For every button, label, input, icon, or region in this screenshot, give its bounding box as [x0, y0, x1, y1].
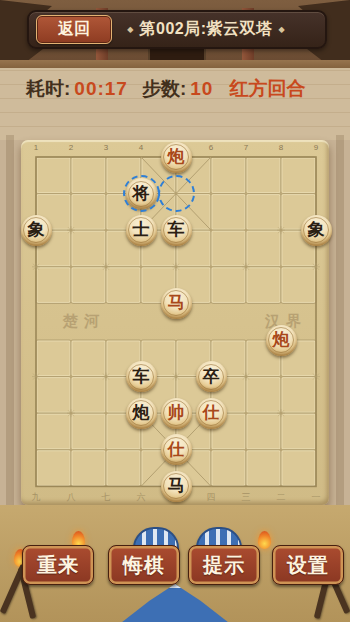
file-label-top: 8 [275, 143, 287, 152]
piece-glyph: 仕 [203, 404, 220, 421]
file-label-bottom: 二 [274, 491, 288, 504]
piece-red-advisor[interactable]: 仕 [161, 434, 192, 465]
piece-black-chariot[interactable]: 车 [126, 361, 157, 392]
piece-black-advisor[interactable]: 士 [126, 215, 157, 246]
file-label-bottom: 七 [99, 491, 113, 504]
piece-red-general[interactable]: 帅 [161, 398, 192, 429]
piece-black-cannon[interactable]: 炮 [126, 398, 157, 429]
file-label-top: 6 [205, 143, 217, 152]
file-label-top: 1 [30, 143, 42, 152]
title-ornament-left: ◆ [127, 25, 133, 34]
piece-black-elephant[interactable]: 象 [301, 215, 332, 246]
file-label-bottom: 九 [29, 491, 43, 504]
file-label-bottom: 三 [239, 491, 253, 504]
piece-glyph: 马 [168, 294, 185, 311]
selected-piece-ring [123, 175, 160, 212]
page-title: 第002局:紫云双塔 [139, 19, 272, 40]
piece-red-horse[interactable]: 马 [161, 288, 192, 319]
piece-black-chariot[interactable]: 车 [161, 215, 192, 246]
piece-glyph: 士 [133, 221, 150, 238]
file-label-top: 7 [240, 143, 252, 152]
file-label-bottom: 一 [309, 491, 323, 504]
xiangqi-board[interactable]: 楚河 汉界 123456789九八七六五四三二一炮将象士车象马炮车卒炮帅仕仕马 [21, 140, 329, 505]
piece-glyph: 帅 [168, 404, 185, 421]
file-label-top: 3 [100, 143, 112, 152]
piece-glyph: 马 [168, 477, 185, 494]
piece-glyph: 象 [28, 221, 45, 238]
file-label-top: 9 [310, 143, 322, 152]
restart-button[interactable]: 重来 [22, 545, 94, 585]
hint-button[interactable]: 提示 [188, 545, 260, 585]
piece-glyph: 炮 [168, 148, 185, 165]
piece-glyph: 车 [168, 221, 185, 238]
file-label-bottom: 八 [64, 491, 78, 504]
file-label-bottom: 四 [204, 491, 218, 504]
moves-label: 步数: [142, 76, 186, 102]
turn-indicator: 红方回合 [229, 76, 305, 102]
settings-button[interactable]: 设置 [272, 545, 344, 585]
piece-glyph: 仕 [168, 441, 185, 458]
piece-glyph: 炮 [133, 404, 150, 421]
title-bar: 返回 ◆ 第002局:紫云双塔 ◆ [27, 10, 327, 49]
temple-ledge [0, 60, 350, 68]
stats-row: 耗时: 00:17 步数: 10 红方回合 [26, 76, 340, 102]
blue-banner-tent [117, 584, 233, 622]
time-label: 耗时: [26, 76, 70, 102]
piece-glyph: 车 [133, 368, 150, 385]
title-ornament-right: ◆ [279, 25, 285, 34]
file-label-top: 2 [65, 143, 77, 152]
file-label-bottom: 六 [134, 491, 148, 504]
piece-black-horse[interactable]: 马 [161, 471, 192, 502]
moves-value: 10 [190, 78, 213, 100]
footer-buttons: 重来 悔棋 提示 设置 [0, 545, 350, 583]
wall-pillar-left [6, 135, 14, 510]
piece-red-cannon[interactable]: 炮 [266, 325, 297, 356]
move-highlight-ring[interactable] [158, 175, 195, 212]
piece-glyph: 象 [308, 221, 325, 238]
piece-black-elephant[interactable]: 象 [21, 215, 52, 246]
river-label-left: 楚河 [63, 312, 105, 331]
wall-pillar-right [336, 135, 344, 510]
piece-black-pawn[interactable]: 卒 [196, 361, 227, 392]
piece-glyph: 炮 [273, 331, 290, 348]
piece-red-advisor[interactable]: 仕 [196, 398, 227, 429]
back-button[interactable]: 返回 [36, 15, 112, 44]
piece-red-cannon[interactable]: 炮 [161, 142, 192, 173]
undo-button[interactable]: 悔棋 [108, 545, 180, 585]
file-label-top: 4 [135, 143, 147, 152]
piece-glyph: 卒 [203, 368, 220, 385]
time-value: 00:17 [74, 78, 128, 100]
